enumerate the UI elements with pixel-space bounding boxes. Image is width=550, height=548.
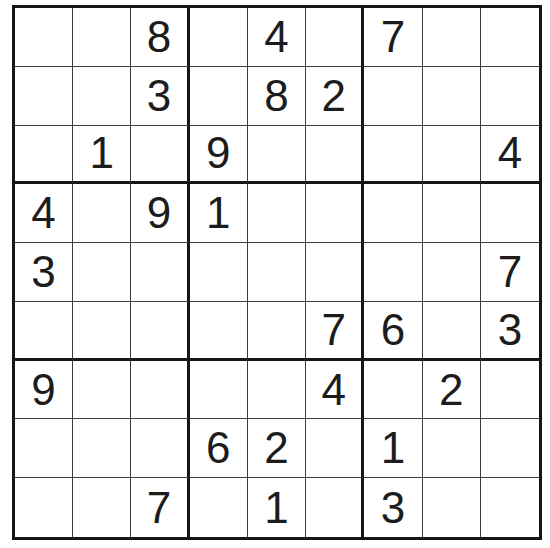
- cell-r4c2[interactable]: [73, 184, 131, 243]
- cell-r5c8[interactable]: [423, 243, 481, 302]
- cell-r5c3[interactable]: [131, 243, 189, 302]
- cell-r3c7[interactable]: [364, 126, 422, 185]
- cell-r8c6[interactable]: [306, 419, 364, 478]
- cell-r3c1[interactable]: [15, 126, 73, 185]
- cell-r8c9[interactable]: [481, 419, 539, 478]
- cell-r1c7[interactable]: 7: [364, 8, 422, 67]
- cell-r6c6[interactable]: 7: [306, 302, 364, 361]
- cell-r7c4[interactable]: [190, 361, 248, 420]
- cell-r7c3[interactable]: [131, 361, 189, 420]
- cell-r2c6[interactable]: 2: [306, 67, 364, 126]
- cell-r4c9[interactable]: [481, 184, 539, 243]
- cell-r6c5[interactable]: [248, 302, 306, 361]
- sudoku-board: 84738219449137763942621713: [12, 5, 542, 540]
- cell-r8c5[interactable]: 2: [248, 419, 306, 478]
- cell-r2c5[interactable]: 8: [248, 67, 306, 126]
- cell-r7c7[interactable]: [364, 361, 422, 420]
- cell-r5c9[interactable]: 7: [481, 243, 539, 302]
- cell-r7c2[interactable]: [73, 361, 131, 420]
- cell-r1c9[interactable]: [481, 8, 539, 67]
- cell-r1c5[interactable]: 4: [248, 8, 306, 67]
- cell-r8c8[interactable]: [423, 419, 481, 478]
- cell-r9c6[interactable]: [306, 478, 364, 537]
- cell-r8c3[interactable]: [131, 419, 189, 478]
- cell-r9c2[interactable]: [73, 478, 131, 537]
- cell-r7c6[interactable]: 4: [306, 361, 364, 420]
- cell-r3c8[interactable]: [423, 126, 481, 185]
- cell-r7c5[interactable]: [248, 361, 306, 420]
- cell-r1c2[interactable]: [73, 8, 131, 67]
- cell-r2c4[interactable]: [190, 67, 248, 126]
- cell-r8c1[interactable]: [15, 419, 73, 478]
- cell-r5c6[interactable]: [306, 243, 364, 302]
- cell-r9c7[interactable]: 3: [364, 478, 422, 537]
- cell-r5c5[interactable]: [248, 243, 306, 302]
- cell-r4c3[interactable]: 9: [131, 184, 189, 243]
- cell-r1c4[interactable]: [190, 8, 248, 67]
- cell-r8c2[interactable]: [73, 419, 131, 478]
- cell-r2c9[interactable]: [481, 67, 539, 126]
- cell-r4c8[interactable]: [423, 184, 481, 243]
- cell-r3c9[interactable]: 4: [481, 126, 539, 185]
- cell-r2c8[interactable]: [423, 67, 481, 126]
- cell-r6c4[interactable]: [190, 302, 248, 361]
- cell-r2c2[interactable]: [73, 67, 131, 126]
- cell-r1c1[interactable]: [15, 8, 73, 67]
- cell-r6c9[interactable]: 3: [481, 302, 539, 361]
- cell-r3c4[interactable]: 9: [190, 126, 248, 185]
- cell-r7c8[interactable]: 2: [423, 361, 481, 420]
- cell-r3c5[interactable]: [248, 126, 306, 185]
- cell-r9c8[interactable]: [423, 478, 481, 537]
- cell-r5c7[interactable]: [364, 243, 422, 302]
- cell-r4c4[interactable]: 1: [190, 184, 248, 243]
- cell-r3c6[interactable]: [306, 126, 364, 185]
- cell-r1c6[interactable]: [306, 8, 364, 67]
- cell-r1c3[interactable]: 8: [131, 8, 189, 67]
- cell-r4c5[interactable]: [248, 184, 306, 243]
- cell-r6c1[interactable]: [15, 302, 73, 361]
- cell-r4c1[interactable]: 4: [15, 184, 73, 243]
- cell-r9c9[interactable]: [481, 478, 539, 537]
- cell-r8c4[interactable]: 6: [190, 419, 248, 478]
- cell-r7c9[interactable]: [481, 361, 539, 420]
- cell-r3c2[interactable]: 1: [73, 126, 131, 185]
- cell-r9c3[interactable]: 7: [131, 478, 189, 537]
- sudoku-page: 84738219449137763942621713: [0, 0, 550, 548]
- cell-r2c1[interactable]: [15, 67, 73, 126]
- cell-r6c3[interactable]: [131, 302, 189, 361]
- cell-r4c7[interactable]: [364, 184, 422, 243]
- cell-r2c3[interactable]: 3: [131, 67, 189, 126]
- cell-r4c6[interactable]: [306, 184, 364, 243]
- cell-r6c2[interactable]: [73, 302, 131, 361]
- cell-r6c8[interactable]: [423, 302, 481, 361]
- cell-r2c7[interactable]: [364, 67, 422, 126]
- cell-r7c1[interactable]: 9: [15, 361, 73, 420]
- cell-r8c7[interactable]: 1: [364, 419, 422, 478]
- cell-r5c2[interactable]: [73, 243, 131, 302]
- cell-r9c5[interactable]: 1: [248, 478, 306, 537]
- cell-r6c7[interactable]: 6: [364, 302, 422, 361]
- cell-r5c4[interactable]: [190, 243, 248, 302]
- cell-r3c3[interactable]: [131, 126, 189, 185]
- cell-r9c1[interactable]: [15, 478, 73, 537]
- cell-r1c8[interactable]: [423, 8, 481, 67]
- cell-r9c4[interactable]: [190, 478, 248, 537]
- cell-r5c1[interactable]: 3: [15, 243, 73, 302]
